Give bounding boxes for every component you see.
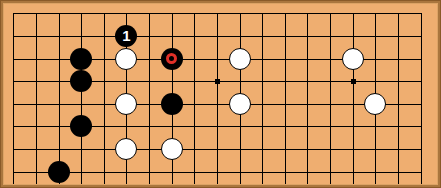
black-stone [161, 48, 183, 70]
white-stone [115, 48, 137, 70]
black-stone [70, 115, 92, 137]
white-stone [342, 48, 364, 70]
black-stone [70, 70, 92, 92]
white-stone [229, 48, 251, 70]
go-diagram: 1 [0, 0, 441, 188]
white-stone [229, 93, 251, 115]
white-stone [115, 138, 137, 160]
white-stone [115, 93, 137, 115]
black-stone [48, 161, 70, 183]
move-number-label: 1 [122, 28, 130, 43]
red-circle-marker [166, 53, 178, 65]
stone-grid: 1 [2, 2, 432, 183]
white-stone [364, 93, 386, 115]
white-stone [161, 138, 183, 160]
black-stone [70, 48, 92, 70]
black-stone [161, 93, 183, 115]
black-stone: 1 [115, 25, 137, 47]
